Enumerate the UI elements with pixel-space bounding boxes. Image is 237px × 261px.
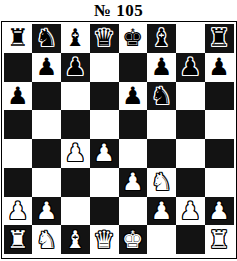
white-pawn[interactable]: ♟	[7, 199, 29, 223]
square-e7[interactable]	[119, 53, 148, 82]
square-b7[interactable]: ♟	[32, 53, 61, 82]
square-g5[interactable]	[176, 110, 205, 139]
square-h2[interactable]: ♟	[205, 197, 234, 226]
square-a4[interactable]	[4, 139, 33, 168]
white-knight[interactable]: ♞	[36, 228, 58, 252]
square-b5[interactable]	[32, 110, 61, 139]
square-d2[interactable]	[90, 197, 119, 226]
square-e5[interactable]	[119, 110, 148, 139]
square-h1[interactable]: ♜	[205, 225, 234, 254]
black-pawn[interactable]: ♟	[180, 55, 202, 79]
white-pawn[interactable]: ♟	[93, 141, 115, 165]
white-pawn[interactable]: ♟	[65, 141, 87, 165]
square-h3[interactable]	[205, 168, 234, 197]
square-a6[interactable]: ♟	[4, 82, 33, 111]
square-a1[interactable]: ♜	[4, 225, 33, 254]
white-rook[interactable]: ♜	[208, 228, 230, 252]
white-pawn[interactable]: ♟	[151, 199, 173, 223]
square-b4[interactable]	[32, 139, 61, 168]
square-f5[interactable]	[147, 110, 176, 139]
white-knight[interactable]: ♞	[151, 170, 173, 194]
square-e8[interactable]: ♚	[119, 24, 148, 53]
square-h5[interactable]	[205, 110, 234, 139]
square-a5[interactable]	[4, 110, 33, 139]
square-f3[interactable]: ♞	[147, 168, 176, 197]
square-f2[interactable]: ♟	[147, 197, 176, 226]
square-d3[interactable]	[90, 168, 119, 197]
black-knight[interactable]: ♞	[36, 26, 58, 50]
black-pawn[interactable]: ♟	[151, 55, 173, 79]
chess-board: ♜♞♝♛♚♝♜♟♟♟♟♟♟♟♞♟♟♟♞♟♟♟♟♟♜♞♝♛♚♜	[4, 24, 234, 254]
square-d8[interactable]: ♛	[90, 24, 119, 53]
black-rook[interactable]: ♜	[208, 26, 230, 50]
black-knight[interactable]: ♞	[151, 84, 173, 108]
black-bishop[interactable]: ♝	[151, 26, 173, 50]
square-d4[interactable]: ♟	[90, 139, 119, 168]
square-a2[interactable]: ♟	[4, 197, 33, 226]
square-c3[interactable]	[61, 168, 90, 197]
square-f6[interactable]: ♞	[147, 82, 176, 111]
white-queen[interactable]: ♛	[93, 228, 115, 252]
square-c5[interactable]	[61, 110, 90, 139]
black-queen[interactable]: ♛	[93, 26, 115, 50]
square-b8[interactable]: ♞	[32, 24, 61, 53]
black-bishop[interactable]: ♝	[65, 26, 87, 50]
square-c6[interactable]	[61, 82, 90, 111]
square-f8[interactable]: ♝	[147, 24, 176, 53]
black-pawn[interactable]: ♟	[7, 84, 29, 108]
square-e4[interactable]	[119, 139, 148, 168]
square-b2[interactable]: ♟	[32, 197, 61, 226]
white-bishop[interactable]: ♝	[65, 228, 87, 252]
square-h6[interactable]	[205, 82, 234, 111]
white-pawn[interactable]: ♟	[122, 170, 144, 194]
white-rook[interactable]: ♜	[7, 228, 29, 252]
black-pawn[interactable]: ♟	[208, 55, 230, 79]
white-pawn[interactable]: ♟	[180, 199, 202, 223]
square-c4[interactable]: ♟	[61, 139, 90, 168]
square-e1[interactable]: ♚	[119, 225, 148, 254]
square-b6[interactable]	[32, 82, 61, 111]
square-g7[interactable]: ♟	[176, 53, 205, 82]
square-a3[interactable]	[4, 168, 33, 197]
square-f7[interactable]: ♟	[147, 53, 176, 82]
black-pawn[interactable]: ♟	[36, 55, 58, 79]
square-f1[interactable]	[147, 225, 176, 254]
diagram-title: № 105	[0, 0, 237, 21]
black-pawn[interactable]: ♟	[65, 55, 87, 79]
black-rook[interactable]: ♜	[7, 26, 29, 50]
square-b1[interactable]: ♞	[32, 225, 61, 254]
square-g4[interactable]	[176, 139, 205, 168]
square-d1[interactable]: ♛	[90, 225, 119, 254]
square-c1[interactable]: ♝	[61, 225, 90, 254]
white-king[interactable]: ♚	[122, 228, 144, 252]
square-a7[interactable]	[4, 53, 33, 82]
square-a8[interactable]: ♜	[4, 24, 33, 53]
square-d6[interactable]	[90, 82, 119, 111]
black-pawn[interactable]: ♟	[122, 84, 144, 108]
square-g2[interactable]: ♟	[176, 197, 205, 226]
square-c2[interactable]	[61, 197, 90, 226]
square-c7[interactable]: ♟	[61, 53, 90, 82]
square-d7[interactable]	[90, 53, 119, 82]
board-frame: ♜♞♝♛♚♝♜♟♟♟♟♟♟♟♞♟♟♟♞♟♟♟♟♟♜♞♝♛♚♜	[1, 21, 237, 259]
square-g8[interactable]	[176, 24, 205, 53]
square-e3[interactable]: ♟	[119, 168, 148, 197]
white-pawn[interactable]: ♟	[208, 199, 230, 223]
square-e6[interactable]: ♟	[119, 82, 148, 111]
white-pawn[interactable]: ♟	[36, 199, 58, 223]
square-f4[interactable]	[147, 139, 176, 168]
square-h4[interactable]	[205, 139, 234, 168]
black-king[interactable]: ♚	[122, 26, 144, 50]
square-b3[interactable]	[32, 168, 61, 197]
square-g6[interactable]	[176, 82, 205, 111]
square-h8[interactable]: ♜	[205, 24, 234, 53]
square-g3[interactable]	[176, 168, 205, 197]
square-e2[interactable]	[119, 197, 148, 226]
chess-diagram: № 105 ♜♞♝♛♚♝♜♟♟♟♟♟♟♟♞♟♟♟♞♟♟♟♟♟♜♞♝♛♚♜	[0, 0, 237, 261]
square-d5[interactable]	[90, 110, 119, 139]
square-c8[interactable]: ♝	[61, 24, 90, 53]
square-h7[interactable]: ♟	[205, 53, 234, 82]
square-g1[interactable]	[176, 225, 205, 254]
